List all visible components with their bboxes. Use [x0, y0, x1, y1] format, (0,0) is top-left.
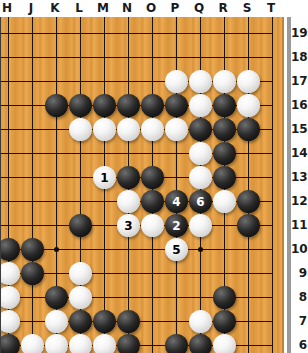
move-number-1: 1 — [100, 171, 108, 185]
stone-H8[interactable] — [0, 286, 20, 309]
stone-Q11[interactable] — [189, 214, 212, 237]
stone-K7[interactable] — [45, 310, 68, 333]
stone-R7[interactable] — [213, 310, 236, 333]
row-label-9: 9 — [291, 265, 307, 281]
stone-Q17[interactable] — [189, 70, 212, 93]
stone-M6[interactable] — [93, 334, 116, 353]
stone-P12[interactable]: 4 — [165, 190, 188, 213]
stone-Q16[interactable] — [189, 94, 212, 117]
row-label-18: 18 — [291, 49, 307, 65]
stone-R15[interactable] — [213, 118, 236, 141]
grid-vline-T — [272, 17, 273, 353]
row-label-6: 6 — [291, 337, 307, 353]
column-label-M: M — [91, 0, 115, 17]
grid-vline-P — [176, 17, 177, 353]
stone-H9[interactable] — [0, 262, 20, 285]
move-number-2: 2 — [172, 219, 180, 233]
stone-N12[interactable] — [117, 190, 140, 213]
stone-J6[interactable] — [21, 334, 44, 353]
stone-L6[interactable] — [69, 334, 92, 353]
stone-J9[interactable] — [21, 262, 44, 285]
stone-O16[interactable] — [141, 94, 164, 117]
grid-vline-S — [248, 17, 249, 353]
stone-R16[interactable] — [213, 94, 236, 117]
stone-S11[interactable] — [237, 214, 260, 237]
stone-M16[interactable] — [93, 94, 116, 117]
column-label-K: K — [43, 0, 67, 17]
row-label-15: 15 — [291, 121, 307, 137]
stone-P6[interactable] — [165, 334, 188, 353]
stone-Q12[interactable]: 6 — [189, 190, 212, 213]
move-number-5: 5 — [172, 243, 180, 257]
go-board-screenshot: 146325 HJKLMNOPQRST 19181716151413121110… — [0, 0, 308, 353]
column-label-S: S — [235, 0, 259, 17]
stone-L7[interactable] — [69, 310, 92, 333]
row-label-11: 11 — [291, 217, 307, 233]
stone-Q13[interactable] — [189, 166, 212, 189]
stone-H6[interactable] — [0, 334, 20, 353]
stone-O13[interactable] — [141, 166, 164, 189]
star-point-K10 — [54, 247, 59, 252]
stone-S12[interactable] — [237, 190, 260, 213]
stone-N6[interactable] — [117, 334, 140, 353]
stone-N13[interactable] — [117, 166, 140, 189]
grid-vline-J — [32, 17, 33, 353]
stone-Q7[interactable] — [189, 310, 212, 333]
stone-M7[interactable] — [93, 310, 116, 333]
stone-R13[interactable] — [213, 166, 236, 189]
column-label-H: H — [0, 0, 19, 17]
stone-L11[interactable] — [69, 214, 92, 237]
stone-L8[interactable] — [69, 286, 92, 309]
stone-S15[interactable] — [237, 118, 260, 141]
stone-R14[interactable] — [213, 142, 236, 165]
stone-J10[interactable] — [21, 238, 44, 261]
stone-H7[interactable] — [0, 310, 20, 333]
stone-N16[interactable] — [117, 94, 140, 117]
grid-hline-18 — [1, 57, 273, 58]
move-number-3: 3 — [124, 219, 132, 233]
row-label-19: 19 — [291, 25, 307, 41]
move-number-4: 4 — [172, 195, 180, 209]
row-label-12: 12 — [291, 193, 307, 209]
stone-M13[interactable]: 1 — [93, 166, 116, 189]
grid-hline-19 — [1, 33, 273, 34]
row-label-10: 10 — [291, 241, 307, 257]
stone-P10[interactable]: 5 — [165, 238, 188, 261]
stone-K6[interactable] — [45, 334, 68, 353]
stone-S17[interactable] — [237, 70, 260, 93]
stone-M15[interactable] — [93, 118, 116, 141]
stone-H10[interactable] — [0, 238, 20, 261]
move-number-6: 6 — [196, 195, 204, 209]
stone-N15[interactable] — [117, 118, 140, 141]
stone-N11[interactable]: 3 — [117, 214, 140, 237]
stone-Q15[interactable] — [189, 118, 212, 141]
stone-L9[interactable] — [69, 262, 92, 285]
stone-R12[interactable] — [213, 190, 236, 213]
column-labels-strip: HJKLMNOPQRST — [0, 0, 308, 17]
board-grid[interactable]: 146325 — [0, 17, 284, 353]
stone-O15[interactable] — [141, 118, 164, 141]
column-label-O: O — [139, 0, 163, 17]
column-label-Q: Q — [187, 0, 211, 17]
stone-S16[interactable] — [237, 94, 260, 117]
column-label-N: N — [115, 0, 139, 17]
stone-K16[interactable] — [45, 94, 68, 117]
stone-P16[interactable] — [165, 94, 188, 117]
stone-N7[interactable] — [117, 310, 140, 333]
stone-R6[interactable] — [213, 334, 236, 353]
stone-P11[interactable]: 2 — [165, 214, 188, 237]
column-label-L: L — [67, 0, 91, 17]
stone-K8[interactable] — [45, 286, 68, 309]
row-label-13: 13 — [291, 169, 307, 185]
star-point-Q10 — [198, 247, 203, 252]
stone-Q14[interactable] — [189, 142, 212, 165]
row-label-16: 16 — [291, 97, 307, 113]
stone-R17[interactable] — [213, 70, 236, 93]
stone-O12[interactable] — [141, 190, 164, 213]
stone-P15[interactable] — [165, 118, 188, 141]
stone-O11[interactable] — [141, 214, 164, 237]
row-label-8: 8 — [291, 289, 307, 305]
row-label-14: 14 — [291, 145, 307, 161]
column-label-T: T — [259, 0, 283, 17]
stone-L15[interactable] — [69, 118, 92, 141]
row-label-17: 17 — [291, 73, 307, 89]
column-label-R: R — [211, 0, 235, 17]
row-labels-strip: 191817161514131211109876 — [291, 17, 308, 353]
column-label-P: P — [163, 0, 187, 17]
stone-L16[interactable] — [69, 94, 92, 117]
column-label-J: J — [19, 0, 43, 17]
stone-P17[interactable] — [165, 70, 188, 93]
stone-R8[interactable] — [213, 286, 236, 309]
stone-Q6[interactable] — [189, 334, 212, 353]
row-label-7: 7 — [291, 313, 307, 329]
